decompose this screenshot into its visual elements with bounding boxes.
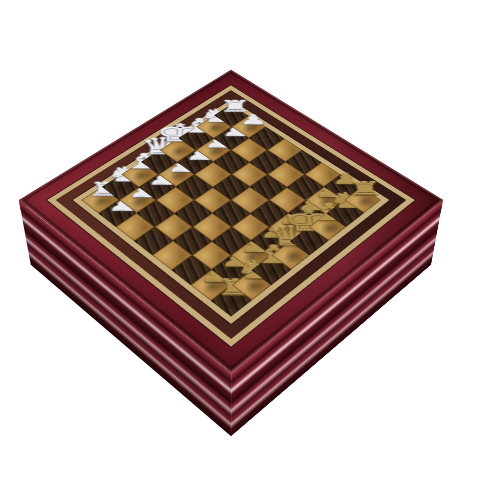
square-a7[interactable]: ♟ <box>98 200 136 227</box>
chess-box: ♜♞♝♛♚♝♞♜♟♟♟♟♟♟♟♟♟♟♟♟♟♟♟♟♜♞♝♛♚♝♞♜ <box>19 70 443 373</box>
square-c5[interactable] <box>174 200 212 227</box>
square-b5[interactable] <box>154 213 192 241</box>
square-c4[interactable] <box>193 213 231 241</box>
square-b2[interactable]: ♟ <box>211 255 251 285</box>
square-b4[interactable] <box>173 227 212 255</box>
piece-silver-pawn[interactable]: ♟ <box>107 198 138 213</box>
scene: ♜♞♝♛♚♝♞♜♟♟♟♟♟♟♟♟♟♟♟♟♟♟♟♟♜♞♝♛♚♝♞♜ <box>0 0 480 480</box>
square-a5[interactable] <box>134 227 173 255</box>
square-d2[interactable]: ♟ <box>250 227 289 255</box>
square-a1[interactable]: ♜ <box>211 285 252 316</box>
square-d4[interactable] <box>212 200 250 227</box>
square-a4[interactable] <box>152 241 191 270</box>
board-grid: ♜♞♝♛♚♝♞♜♟♟♟♟♟♟♟♟♟♟♟♟♟♟♟♟♜♞♝♛♚♝♞♜ <box>81 105 381 317</box>
square-b1[interactable]: ♞ <box>231 270 272 301</box>
square-a3[interactable] <box>171 255 211 285</box>
piece-brass-knight[interactable]: ♞ <box>234 259 277 281</box>
piece-brass-rook[interactable]: ♜ <box>216 277 255 298</box>
square-a2[interactable]: ♟ <box>191 270 232 301</box>
piece-brass-queen[interactable]: ♛ <box>266 224 318 249</box>
square-c2[interactable]: ♟ <box>231 241 270 270</box>
square-e1[interactable]: ♚ <box>289 227 328 255</box>
piece-brass-pawn[interactable]: ♟ <box>221 253 253 269</box>
square-d3[interactable] <box>231 213 269 241</box>
piece-brass-pawn[interactable]: ♟ <box>200 268 232 285</box>
square-d1[interactable]: ♛ <box>270 241 309 270</box>
square-b6[interactable] <box>136 200 174 227</box>
square-c3[interactable] <box>212 227 251 255</box>
square-a6[interactable] <box>116 213 154 241</box>
square-b3[interactable] <box>192 241 231 270</box>
piece-brass-bishop[interactable]: ♝ <box>251 243 296 266</box>
piece-brass-pawn[interactable]: ♟ <box>240 239 271 255</box>
product-photo: ♜♞♝♛♚♝♞♜♟♟♟♟♟♟♟♟♟♟♟♟♟♟♟♟♜♞♝♛♚♝♞♜ <box>0 0 480 480</box>
square-c1[interactable]: ♝ <box>251 255 291 285</box>
